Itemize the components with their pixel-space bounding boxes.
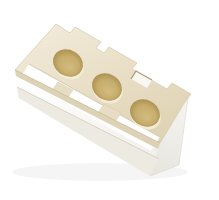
terminal-block-illustration	[0, 0, 219, 200]
product-photo	[0, 0, 219, 200]
